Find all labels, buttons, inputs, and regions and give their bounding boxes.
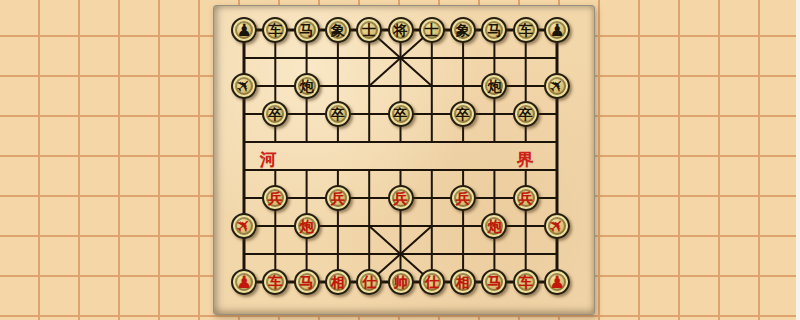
airplane-glyph: ✈	[232, 74, 255, 97]
elephant-glyph: 相	[456, 275, 470, 289]
piece-black-general[interactable]: 将	[388, 17, 414, 43]
piece-black-cannon[interactable]: 炮	[481, 73, 507, 99]
soldier-glyph: 卒	[456, 107, 470, 121]
chariot-glyph: 车	[519, 275, 533, 289]
horse-glyph: 马	[487, 275, 501, 289]
piece-red-elephant[interactable]: 相	[325, 269, 351, 295]
piece-red-soldier[interactable]: 兵	[262, 185, 288, 211]
piece-red-chariot[interactable]: 车	[513, 269, 539, 295]
airplane-glyph: ✈	[232, 214, 255, 237]
desktop-background: 河 界 ♟车马象士将士象马车♟✈炮炮✈卒卒卒卒卒兵兵兵兵兵✈炮炮✈♟车马相仕帅仕…	[0, 0, 800, 320]
xiangqi-board[interactable]: 河 界 ♟车马象士将士象马车♟✈炮炮✈卒卒卒卒卒兵兵兵兵兵✈炮炮✈♟车马相仕帅仕…	[213, 5, 595, 315]
river-label-right: 界	[517, 148, 534, 171]
chariot-glyph: 车	[519, 23, 533, 37]
soldier-glyph: 兵	[456, 191, 470, 205]
advisor-glyph: 士	[362, 23, 376, 37]
piece-black-soldier[interactable]: 卒	[513, 101, 539, 127]
piece-black-airplane[interactable]: ✈	[231, 73, 257, 99]
piece-black-bomb[interactable]: ♟	[231, 17, 257, 43]
piece-red-bomb[interactable]: ♟	[544, 269, 570, 295]
piece-red-cannon[interactable]: 炮	[294, 213, 320, 239]
piece-black-soldier[interactable]: 卒	[325, 101, 351, 127]
piece-black-soldier[interactable]: 卒	[450, 101, 476, 127]
piece-red-airplane[interactable]: ✈	[544, 213, 570, 239]
piece-red-soldier[interactable]: 兵	[513, 185, 539, 211]
cannon-glyph: 炮	[300, 219, 314, 233]
soldier-glyph: 兵	[331, 191, 345, 205]
piece-black-horse[interactable]: 马	[294, 17, 320, 43]
cannon-glyph: 炮	[300, 79, 314, 93]
soldier-glyph: 兵	[519, 191, 533, 205]
bomb-glyph: ♟	[549, 274, 564, 291]
soldier-glyph: 兵	[268, 191, 282, 205]
soldier-glyph: 卒	[519, 107, 533, 121]
piece-black-cannon[interactable]: 炮	[294, 73, 320, 99]
piece-black-airplane[interactable]: ✈	[544, 73, 570, 99]
piece-black-bomb[interactable]: ♟	[544, 17, 570, 43]
piece-red-soldier[interactable]: 兵	[450, 185, 476, 211]
elephant-glyph: 象	[456, 23, 470, 37]
chariot-glyph: 车	[268, 275, 282, 289]
soldier-glyph: 卒	[268, 107, 282, 121]
piece-red-soldier[interactable]: 兵	[325, 185, 351, 211]
piece-black-soldier[interactable]: 卒	[262, 101, 288, 127]
piece-red-elephant[interactable]: 相	[450, 269, 476, 295]
piece-red-advisor[interactable]: 仕	[356, 269, 382, 295]
advisor-glyph: 仕	[425, 275, 439, 289]
piece-red-airplane[interactable]: ✈	[231, 213, 257, 239]
soldier-glyph: 兵	[394, 191, 408, 205]
horse-glyph: 马	[300, 23, 314, 37]
elephant-glyph: 象	[331, 23, 345, 37]
piece-red-chariot[interactable]: 车	[262, 269, 288, 295]
soldier-glyph: 卒	[394, 107, 408, 121]
river-label-left: 河	[260, 148, 277, 171]
piece-red-soldier[interactable]: 兵	[388, 185, 414, 211]
bomb-glyph: ♟	[549, 22, 564, 39]
chariot-glyph: 车	[268, 23, 282, 37]
cannon-glyph: 炮	[487, 219, 501, 233]
soldier-glyph: 卒	[331, 107, 345, 121]
piece-black-soldier[interactable]: 卒	[388, 101, 414, 127]
piece-black-elephant[interactable]: 象	[450, 17, 476, 43]
horse-glyph: 马	[487, 23, 501, 37]
advisor-glyph: 士	[425, 23, 439, 37]
cannon-glyph: 炮	[487, 79, 501, 93]
piece-black-chariot[interactable]: 车	[513, 17, 539, 43]
piece-red-horse[interactable]: 马	[481, 269, 507, 295]
piece-red-general[interactable]: 帅	[388, 269, 414, 295]
advisor-glyph: 仕	[362, 275, 376, 289]
page-edge-strip	[796, 0, 800, 320]
piece-black-advisor[interactable]: 士	[356, 17, 382, 43]
general-glyph: 将	[394, 23, 408, 37]
piece-red-bomb[interactable]: ♟	[231, 269, 257, 295]
piece-black-chariot[interactable]: 车	[262, 17, 288, 43]
piece-black-horse[interactable]: 马	[481, 17, 507, 43]
piece-black-advisor[interactable]: 士	[419, 17, 445, 43]
piece-red-cannon[interactable]: 炮	[481, 213, 507, 239]
elephant-glyph: 相	[331, 275, 345, 289]
piece-red-horse[interactable]: 马	[294, 269, 320, 295]
bomb-glyph: ♟	[236, 22, 251, 39]
airplane-glyph: ✈	[545, 214, 568, 237]
general-glyph: 帅	[394, 275, 408, 289]
piece-black-elephant[interactable]: 象	[325, 17, 351, 43]
bomb-glyph: ♟	[236, 274, 251, 291]
piece-red-advisor[interactable]: 仕	[419, 269, 445, 295]
airplane-glyph: ✈	[545, 74, 568, 97]
horse-glyph: 马	[300, 275, 314, 289]
